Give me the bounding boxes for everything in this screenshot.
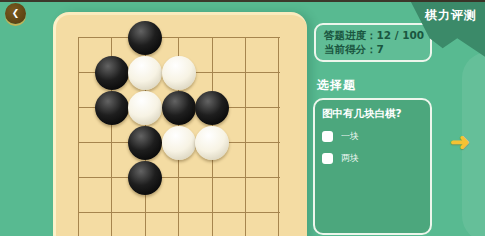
stats-box: 答题进度：12 / 100 当前得分：7 — [314, 23, 432, 62]
progress-label: 答题进度： — [324, 29, 377, 41]
white-stone — [195, 126, 229, 160]
white-stone — [162, 126, 196, 160]
black-stone — [128, 21, 162, 55]
go-board-panel — [53, 12, 307, 236]
score-value: 7 — [377, 43, 384, 55]
black-stone — [95, 56, 129, 90]
checkbox-two-blocks[interactable] — [322, 153, 333, 164]
option-one-block-label: 一块 — [341, 130, 359, 143]
next-arrow-button[interactable]: ➜ — [445, 127, 475, 157]
black-stone — [128, 126, 162, 160]
black-stone — [162, 91, 196, 125]
black-stone — [195, 91, 229, 125]
white-stone — [128, 91, 162, 125]
stones-layer — [78, 37, 280, 236]
black-stone — [95, 91, 129, 125]
ribbon-title: 棋力评测 — [420, 7, 482, 24]
app-screen: ❮ 棋力评测 答题进度：12 / 100 当前得分：7 选择题 图中有几块白棋?… — [0, 0, 485, 236]
option-two-blocks-label: 两块 — [341, 152, 359, 165]
back-button[interactable]: ❮ — [5, 3, 26, 24]
score-label: 当前得分： — [324, 43, 377, 55]
option-two-blocks[interactable]: 两块 — [322, 152, 423, 165]
back-chevron-icon: ❮ — [12, 9, 20, 18]
option-one-block[interactable]: 一块 — [322, 130, 423, 143]
question-card: 图中有几块白棋? 一块 两块 — [313, 98, 432, 235]
black-stone — [128, 161, 162, 195]
white-stone — [162, 56, 196, 90]
question-text: 图中有几块白棋? — [322, 107, 423, 121]
progress-row: 答题进度：12 / 100 — [324, 29, 422, 42]
checkbox-one-block[interactable] — [322, 131, 333, 142]
white-stone — [128, 56, 162, 90]
score-row: 当前得分：7 — [324, 43, 422, 56]
progress-value: 12 / 100 — [377, 29, 425, 41]
section-label: 选择题 — [317, 77, 356, 94]
top-edge-bar — [0, 0, 485, 2]
next-arrow-icon: ➜ — [450, 128, 470, 155]
